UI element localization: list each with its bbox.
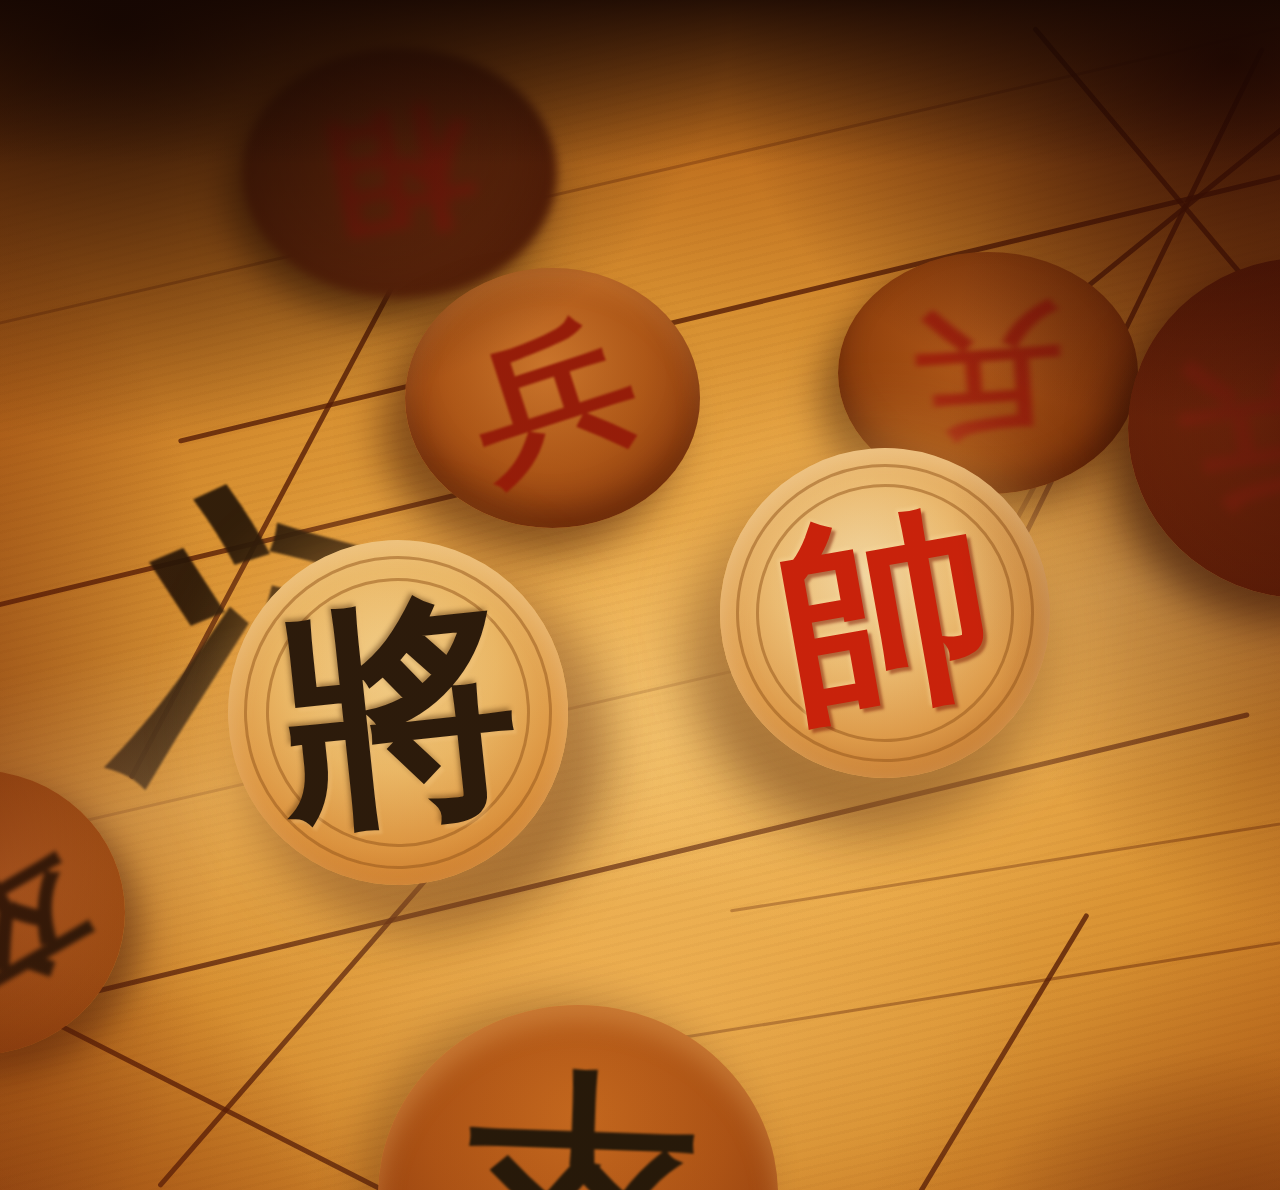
piece-character: 相 — [312, 91, 487, 254]
xiangqi-photo-scene: 河 相 兵 兵 兵 卒 卒 帥 將 — [0, 0, 1280, 1190]
piece-character: 卒 — [0, 810, 107, 1015]
piece-character: 兵 — [908, 300, 1067, 445]
piece-red-soldier-front[interactable]: 兵 — [405, 268, 700, 528]
piece-red-blurred-top-left[interactable]: 相 — [242, 48, 557, 298]
piece-character: 兵 — [1165, 335, 1280, 520]
piece-character: 將 — [267, 582, 529, 844]
piece-character: 帥 — [762, 490, 1008, 736]
piece-character: 兵 — [452, 303, 654, 492]
piece-character: 卒 — [459, 1060, 696, 1190]
